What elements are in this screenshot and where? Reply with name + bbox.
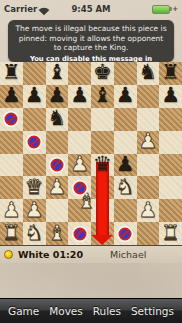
square-g4[interactable] <box>137 154 160 177</box>
piece-black-pawn-c7[interactable]: ♟ <box>47 85 66 106</box>
piece-white-rook-a1[interactable]: ♜ <box>2 222 21 243</box>
square-c5[interactable] <box>46 131 69 154</box>
square-d5[interactable] <box>68 131 91 154</box>
square-h5[interactable] <box>159 131 182 154</box>
status-bar: Carrier 9:45 AM + <box>0 0 182 18</box>
toast-message: The move is illegal because this piece i… <box>15 24 167 53</box>
chess-board[interactable]: ♜♝♚♞♜♟♟♟♟♝♟♟♞♟♟♛♟♛♟♞♟♟♝♟♜♞♝♜ <box>0 62 182 245</box>
app-screen: Carrier 9:45 AM + The move is illegal be… <box>0 0 182 323</box>
piece-black-knight-g8[interactable]: ♞ <box>138 62 157 83</box>
square-c2[interactable] <box>46 199 69 222</box>
piece-white-pawn-b2[interactable]: ♟ <box>25 199 44 220</box>
tab-moves[interactable]: Moves <box>49 305 83 317</box>
piece-white-pawn-g5[interactable]: ♟ <box>138 131 157 152</box>
square-h3[interactable] <box>159 176 182 199</box>
square-a4[interactable] <box>0 154 23 177</box>
blocked-move-icon-c4 <box>50 158 63 171</box>
piece-black-pawn-h7[interactable]: ♟ <box>161 85 180 106</box>
piece-black-pawn-d7[interactable]: ♟ <box>70 85 89 106</box>
blocked-move-icon-d1 <box>73 227 86 240</box>
pin-arrow-head <box>91 235 113 245</box>
piece-black-rook-h8[interactable]: ♜ <box>161 62 180 83</box>
square-a3[interactable] <box>0 176 23 199</box>
piece-black-bishop-e7[interactable]: ♝ <box>93 85 112 106</box>
square-g1[interactable] <box>137 222 160 245</box>
square-d6[interactable] <box>68 108 91 131</box>
illegal-move-toast: The move is illegal because this piece i… <box>8 20 174 62</box>
square-g7[interactable] <box>137 85 160 108</box>
tab-bar: Game Moves Rules Settings <box>0 298 182 323</box>
square-h6[interactable] <box>159 108 182 131</box>
piece-white-pawn-a2[interactable]: ♟ <box>2 199 21 220</box>
piece-black-king-e8[interactable]: ♚ <box>93 62 112 83</box>
square-a5[interactable] <box>0 131 23 154</box>
blocked-move-icon-f1 <box>119 227 132 240</box>
piece-white-rook-h1[interactable]: ♜ <box>161 222 180 243</box>
battery-icon <box>152 5 170 14</box>
square-g3[interactable] <box>137 176 160 199</box>
piece-black-pawn-a7[interactable]: ♟ <box>2 85 21 106</box>
square-d8[interactable] <box>68 62 91 85</box>
square-b4[interactable] <box>23 154 46 177</box>
piece-white-bishop-c1[interactable]: ♝ <box>47 222 66 243</box>
piece-white-pawn-g2[interactable]: ♟ <box>138 199 157 220</box>
square-g6[interactable] <box>137 108 160 131</box>
square-h2[interactable] <box>159 199 182 222</box>
square-e5[interactable] <box>91 131 114 154</box>
square-h4[interactable] <box>159 154 182 177</box>
square-e6[interactable] <box>91 108 114 131</box>
piece-black-pawn-f7[interactable]: ♟ <box>116 85 135 106</box>
square-f2[interactable] <box>114 199 137 222</box>
square-b6[interactable] <box>23 108 46 131</box>
piece-white-knight-f3[interactable]: ♞ <box>116 176 135 197</box>
turn-indicator-dot <box>4 250 13 259</box>
square-f5[interactable] <box>114 131 137 154</box>
opponent-name: Michael <box>110 249 146 260</box>
piece-white-pawn-d4[interactable]: ♟ <box>70 154 89 175</box>
tab-game[interactable]: Game <box>8 305 39 317</box>
piece-white-knight-b1[interactable]: ♞ <box>25 222 44 243</box>
square-b8[interactable] <box>23 62 46 85</box>
piece-black-pawn-b7[interactable]: ♟ <box>25 85 44 106</box>
blocked-move-icon-a6 <box>5 113 18 126</box>
player-bar: White 01:20 Michael <box>0 245 182 263</box>
tab-settings[interactable]: Settings <box>131 305 174 317</box>
piece-black-knight-c6[interactable]: ♞ <box>47 108 66 129</box>
square-f8[interactable] <box>114 62 137 85</box>
piece-white-queen-b3[interactable]: ♛ <box>25 176 44 197</box>
piece-black-rook-a8[interactable]: ♜ <box>2 62 21 83</box>
white-clock-label: White 01:20 <box>18 249 83 260</box>
tab-rules[interactable]: Rules <box>93 305 121 317</box>
piece-black-bishop-c8[interactable]: ♝ <box>47 62 66 83</box>
square-f6[interactable] <box>114 108 137 131</box>
piece-white-pawn-c3[interactable]: ♟ <box>47 176 66 197</box>
blocked-move-icon-b5 <box>28 136 41 149</box>
blocked-move-icon-d3 <box>73 181 86 194</box>
piece-black-queen-e4[interactable]: ♛ <box>93 154 112 175</box>
analysis-controls: Threats Details Suggestions <box>0 263 182 298</box>
piece-black-pawn-f4[interactable]: ♟ <box>116 154 135 175</box>
